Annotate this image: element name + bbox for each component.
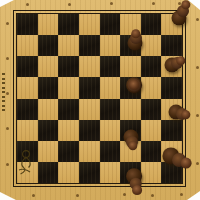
square-c3 (58, 120, 79, 141)
board-border (13, 10, 186, 187)
peg-hole-dot (196, 114, 199, 117)
square-c7 (58, 35, 79, 56)
square-c4 (58, 99, 79, 120)
peg-hole-dot (196, 18, 199, 21)
square-g4 (141, 99, 162, 120)
square-e5 (100, 77, 121, 98)
square-f4 (120, 99, 141, 120)
square-d5 (79, 77, 100, 98)
square-b7 (38, 35, 59, 56)
edge-stamp (2, 73, 5, 111)
peg-hole-dot (76, 194, 79, 197)
pawn-head (129, 80, 139, 90)
square-d1 (79, 162, 100, 183)
square-a6 (17, 56, 38, 77)
square-h7 (161, 35, 182, 56)
peg-hole-dot (68, 3, 71, 6)
square-g5 (141, 77, 162, 98)
peg-hole-dot (26, 3, 29, 6)
photo-corner (188, 0, 200, 10)
square-a4 (17, 99, 38, 120)
square-e1 (100, 162, 121, 183)
square-g8 (141, 14, 162, 35)
square-e2 (100, 141, 121, 162)
peg-hole-dot (123, 193, 126, 196)
square-c1 (58, 162, 79, 183)
pawn-head (132, 185, 142, 195)
peg-hole-dot (152, 2, 155, 5)
peg-hole-dot (6, 92, 9, 95)
peg-hole-dot (6, 163, 9, 166)
peg-hole-dot (151, 194, 154, 197)
square-d2 (79, 141, 100, 162)
square-b1 (38, 162, 59, 183)
peg-hole-dot (32, 194, 35, 197)
square-b2 (38, 141, 59, 162)
peg-hole-dot (6, 22, 9, 25)
square-f6 (120, 56, 141, 77)
square-e7 (100, 35, 121, 56)
square-a5 (17, 77, 38, 98)
square-a8 (17, 14, 38, 35)
square-e3 (100, 120, 121, 141)
square-g7 (141, 35, 162, 56)
board-photo (0, 0, 200, 200)
square-g1 (141, 162, 162, 183)
peg-hole-dot (180, 193, 183, 196)
square-c5 (58, 77, 79, 98)
square-a3 (17, 120, 38, 141)
photo-corner (0, 0, 14, 7)
square-b3 (38, 120, 59, 141)
square-b6 (38, 56, 59, 77)
square-h5 (161, 77, 182, 98)
checkers-board (16, 13, 183, 184)
square-h3 (161, 120, 182, 141)
square-b8 (38, 14, 59, 35)
pawn-head (181, 158, 192, 169)
square-d7 (79, 35, 100, 56)
square-g6 (141, 56, 162, 77)
photo-corner (0, 192, 16, 200)
peg-hole-dot (196, 66, 199, 69)
square-g2 (141, 141, 162, 162)
square-e8 (100, 14, 121, 35)
square-b5 (38, 77, 59, 98)
square-g3 (141, 120, 162, 141)
peg-hole-dot (6, 57, 9, 60)
peg-hole-dot (178, 2, 181, 5)
peg-hole-dot (6, 127, 9, 130)
square-e6 (100, 56, 121, 77)
square-d6 (79, 56, 100, 77)
photo-corner (187, 191, 200, 200)
peg-hole-dot (196, 162, 199, 165)
square-d8 (79, 14, 100, 35)
square-a7 (17, 35, 38, 56)
square-e4 (100, 99, 121, 120)
square-c6 (58, 56, 79, 77)
maker-stamp-icon (15, 148, 37, 178)
square-d4 (79, 99, 100, 120)
pawn-head (181, 110, 190, 119)
peg-hole-dot (110, 2, 113, 5)
square-b4 (38, 99, 59, 120)
square-d3 (79, 120, 100, 141)
square-c8 (58, 14, 79, 35)
square-c2 (58, 141, 79, 162)
